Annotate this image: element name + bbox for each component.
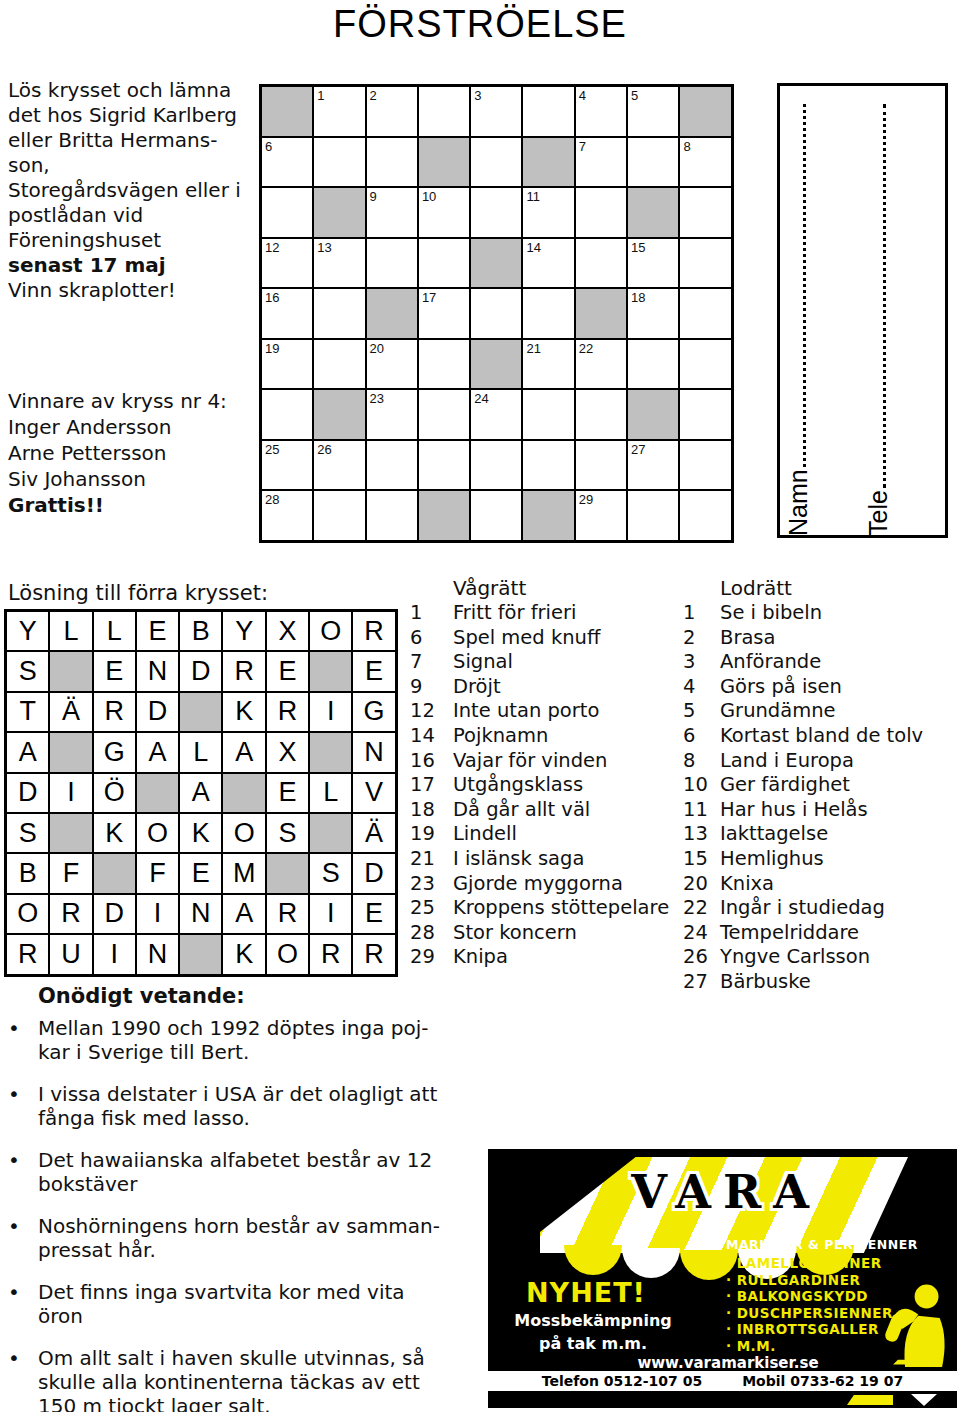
clue-item-number: 8 (683, 749, 720, 774)
puzzle-cell[interactable] (679, 339, 731, 390)
name-field-label: Namn (784, 469, 813, 536)
fact-item: •Mellan 1990 och 1992 döptes inga poj- k… (8, 1016, 478, 1064)
solution-letter-cell: Ö (93, 773, 136, 813)
clue-item-number: 1 (410, 601, 453, 626)
bullet-icon: · (726, 1338, 732, 1354)
puzzle-cell[interactable]: 5 (627, 86, 679, 137)
clue-item: 1Se i bibeln (683, 601, 923, 626)
solution-letter-cell: A (179, 773, 222, 813)
clue-number: 19 (265, 341, 279, 356)
fact-text: Mellan 1990 och 1992 döptes inga poj- ka… (38, 1016, 429, 1064)
solution-letter-cell: S (6, 651, 49, 691)
clue-item: 27Bärbuske (683, 970, 923, 995)
clue-item-text: Ger färdighet (720, 773, 850, 798)
clue-item-text: Grundämne (720, 699, 836, 724)
clue-item-number: 20 (683, 872, 720, 897)
blocked-cell (470, 238, 522, 289)
solution-letter-cell: K (93, 813, 136, 853)
solution-letter-cell: Ä (49, 692, 92, 732)
clue-number: 18 (631, 290, 645, 305)
newsletter-page: FÖRSTRÖELSE Lös krysset och lämna det ho… (0, 0, 960, 1412)
facts-heading: Onödigt vetande: (38, 984, 478, 1008)
clue-item-text: Knixa (720, 872, 774, 897)
puzzle-cell[interactable]: 12 (261, 238, 313, 289)
clue-item: 29Knipa (410, 945, 669, 970)
clue-item-text: Dröjt (453, 675, 501, 700)
blocked-cell (418, 490, 470, 541)
clue-item-text: Utgångsklass (453, 773, 583, 798)
across-list: 1Fritt för frieri6Spel med knuff7Signal9… (410, 601, 669, 970)
ad-product-item: ·M.M. (726, 1338, 893, 1355)
solution-letter-cell: K (222, 692, 265, 732)
clue-item-text: Görs på isen (720, 675, 842, 700)
ad-news-line1: Mossbekämpning (508, 1311, 678, 1330)
ad-product-text: LAMELLGARDINER (737, 1255, 882, 1271)
clue-number: 26 (317, 442, 331, 457)
intro-text: Lös krysset och lämna det hos Sigrid Kar… (8, 78, 241, 253)
clue-item-number: 29 (410, 945, 453, 970)
blocked-cell (313, 389, 365, 440)
solution-letter-cell: G (93, 732, 136, 772)
solution-letter-cell: D (179, 651, 222, 691)
clue-item: 23Gjorde myggorna (410, 872, 669, 897)
clue-number: 5 (631, 88, 638, 103)
puzzle-cell[interactable] (418, 339, 470, 390)
puzzle-cell[interactable] (575, 187, 627, 238)
clue-item: 26Yngve Carlsson (683, 945, 923, 970)
clue-number: 21 (526, 341, 540, 356)
puzzle-cell[interactable] (366, 238, 418, 289)
solution-letter-cell: S (6, 813, 49, 853)
page-title: FÖRSTRÖELSE (0, 3, 960, 46)
winners-names: Inger Andersson Arne Pettersson Siv Joha… (8, 414, 227, 492)
puzzle-cell[interactable] (313, 137, 365, 188)
puzzle-cell[interactable] (575, 389, 627, 440)
blocked-cell (49, 651, 92, 691)
solution-letter-cell: L (309, 773, 352, 813)
solution-letter-cell: O (136, 813, 179, 853)
solution-letter-cell: I (136, 894, 179, 934)
ad-product-item: ·DUSCHPERSIENNER (726, 1305, 893, 1322)
solution-letter-cell: E (266, 651, 309, 691)
clue-item-number: 19 (410, 822, 453, 847)
puzzle-cell[interactable] (261, 187, 313, 238)
puzzle-cell[interactable]: 21 (522, 339, 574, 390)
clue-item-text: Fritt för frieri (453, 601, 576, 626)
clue-item-number: 10 (683, 773, 720, 798)
blocked-cell (679, 86, 731, 137)
solution-letter-cell: R (93, 692, 136, 732)
facts-section: Onödigt vetande: •Mellan 1990 och 1992 d… (8, 984, 478, 1412)
solution-letter-cell: E (179, 853, 222, 893)
clue-item: 21I islänsk saga (410, 847, 669, 872)
puzzle-cell[interactable] (418, 238, 470, 289)
puzzle-cell[interactable]: 24 (470, 389, 522, 440)
blocked-cell (418, 137, 470, 188)
puzzle-cell[interactable]: 10 (418, 187, 470, 238)
puzzle-cell[interactable]: 18 (627, 288, 679, 339)
clue-item: 15Hemlighus (683, 847, 923, 872)
solution-letter-cell: R (309, 934, 352, 974)
clue-number: 4 (579, 88, 586, 103)
tele-field-label: Tele (864, 490, 893, 536)
clue-item-text: Land i Europa (720, 749, 854, 774)
puzzle-cell[interactable]: 17 (418, 288, 470, 339)
solution-letter-cell: O (6, 894, 49, 934)
clue-item: 2Brasa (683, 626, 923, 651)
solution-letter-cell: G (352, 692, 395, 732)
bullet-icon: • (8, 1346, 38, 1412)
ad-product-item: ·BALKONGSKYDD (726, 1288, 893, 1305)
clue-number: 7 (579, 139, 586, 154)
clue-number: 12 (265, 240, 279, 255)
solution-letter-cell: R (266, 692, 309, 732)
puzzle-cell[interactable] (679, 288, 731, 339)
clue-item-text: Signal (453, 650, 513, 675)
ad-product-list: ·LAMELLGARDINER·RULLGARDINER·BALKONGSKYD… (726, 1255, 893, 1354)
puzzle-cell[interactable]: 27 (627, 440, 679, 491)
clue-number: 3 (474, 88, 481, 103)
solution-letter-cell: O (309, 611, 352, 651)
solution-letter-cell: K (222, 934, 265, 974)
puzzle-cell[interactable]: 3 (470, 86, 522, 137)
clue-item-text: Iakttagelse (720, 822, 828, 847)
solution-letter-cell: I (93, 934, 136, 974)
puzzle-cell[interactable]: 6 (261, 137, 313, 188)
puzzle-cell[interactable] (627, 137, 679, 188)
clue-number: 1 (317, 88, 324, 103)
clue-number: 23 (370, 391, 384, 406)
across-title: Vågrätt (453, 576, 669, 601)
clue-item-text: Brasa (720, 626, 775, 651)
blocked-cell (627, 187, 679, 238)
puzzle-cell[interactable]: 11 (522, 187, 574, 238)
blocked-cell (366, 288, 418, 339)
bullet-icon: · (726, 1305, 732, 1321)
fact-item: •I vissa delstater i USA är det olagligt… (8, 1082, 478, 1130)
clue-item: 1Fritt för frieri (410, 601, 669, 626)
puzzle-cell[interactable] (522, 86, 574, 137)
solution-letter-cell: A (136, 732, 179, 772)
blocked-cell (261, 86, 313, 137)
puzzle-cell[interactable] (470, 440, 522, 491)
ad-product-text: DUSCHPERSIENNER (737, 1305, 893, 1321)
puzzle-cell[interactable] (418, 86, 470, 137)
puzzle-cell[interactable] (366, 137, 418, 188)
clue-number: 10 (422, 189, 436, 204)
clue-item: 4Görs på isen (683, 675, 923, 700)
puzzle-cell[interactable] (575, 238, 627, 289)
solution-letter-cell: R (352, 611, 395, 651)
solution-letter-cell: R (352, 934, 395, 974)
puzzle-cell[interactable] (679, 389, 731, 440)
solution-letter-cell: A (6, 732, 49, 772)
clue-item-number: 25 (410, 896, 453, 921)
solution-letter-cell: S (309, 853, 352, 893)
clue-item-text: Knipa (453, 945, 508, 970)
clue-item-number: 28 (410, 921, 453, 946)
down-title: Lodrätt (720, 576, 923, 601)
puzzle-cell[interactable] (470, 490, 522, 541)
clue-item: 6Spel med knuff (410, 626, 669, 651)
clue-item-text: Stor koncern (453, 921, 577, 946)
clue-item-text: Vajar för vinden (453, 749, 607, 774)
down-list: 1Se i bibeln2Brasa3Anförande4Görs på ise… (683, 601, 923, 995)
solution-letter-cell: E (266, 773, 309, 813)
clue-item-number: 6 (410, 626, 453, 651)
bullet-icon: • (8, 1148, 38, 1196)
puzzle-cell[interactable] (627, 339, 679, 390)
puzzle-cell[interactable] (679, 238, 731, 289)
solution-letter-cell: Y (6, 611, 49, 651)
blocked-cell (522, 490, 574, 541)
fact-text: Om allt salt i haven skulle utvinnas, så… (38, 1346, 425, 1412)
puzzle-cell[interactable]: 19 (261, 339, 313, 390)
clue-item: 9Dröjt (410, 675, 669, 700)
clue-item: 7Signal (410, 650, 669, 675)
clue-number: 17 (422, 290, 436, 305)
clue-number: 11 (526, 189, 540, 204)
puzzle-cell[interactable]: 14 (522, 238, 574, 289)
solution-letter-cell: N (179, 894, 222, 934)
bullet-icon: · (726, 1272, 732, 1288)
ad-mobile: Mobil 0733-62 19 07 (742, 1371, 903, 1391)
fact-item: •Om allt salt i haven skulle utvinnas, s… (8, 1346, 478, 1412)
puzzle-cell[interactable] (313, 288, 365, 339)
solution-letter-cell: E (136, 611, 179, 651)
clue-item: 24Tempelriddare (683, 921, 923, 946)
puzzle-cell[interactable]: 16 (261, 288, 313, 339)
bullet-icon: • (8, 1214, 38, 1262)
clue-item-number: 4 (683, 675, 720, 700)
clue-item-number: 14 (410, 724, 453, 749)
ad-tagline: MARKISER & PERSIENNER (726, 1237, 918, 1252)
puzzle-cell[interactable]: 23 (366, 389, 418, 440)
clue-item-text: Hemlighus (720, 847, 824, 872)
puzzle-cell[interactable]: 2 (366, 86, 418, 137)
bullet-icon: · (726, 1255, 732, 1271)
intro-deadline: senast 17 maj (8, 253, 241, 278)
facts-list: •Mellan 1990 och 1992 döptes inga poj- k… (8, 1016, 478, 1412)
clue-number: 28 (265, 492, 279, 507)
puzzle-cell[interactable] (627, 490, 679, 541)
ad-bottom-decoration (911, 1394, 937, 1406)
blocked-cell (179, 934, 222, 974)
bullet-icon: • (8, 1280, 38, 1328)
solution-letter-cell: I (49, 773, 92, 813)
puzzle-cell[interactable] (522, 389, 574, 440)
puzzle-cell[interactable] (522, 288, 574, 339)
solution-letter-cell: T (6, 692, 49, 732)
clue-item-text: Bärbuske (720, 970, 811, 995)
clue-item-text: Kroppens stöttepelare (453, 896, 669, 921)
puzzle-cell[interactable] (470, 288, 522, 339)
clue-number: 24 (474, 391, 488, 406)
winners-block: Vinnare av kryss nr 4: Inger Andersson A… (8, 388, 227, 518)
puzzle-cell[interactable] (366, 490, 418, 541)
solution-letter-cell: M (222, 853, 265, 893)
clue-item-number: 17 (410, 773, 453, 798)
solution-letter-cell: D (136, 692, 179, 732)
clue-number: 16 (265, 290, 279, 305)
solution-letter-cell: B (6, 853, 49, 893)
fact-item: •Det finns inga svartvita kor med vita ö… (8, 1280, 478, 1328)
puzzle-cell[interactable]: 4 (575, 86, 627, 137)
puzzle-cell[interactable]: 26 (313, 440, 365, 491)
puzzle-cell[interactable] (522, 440, 574, 491)
puzzle-cell[interactable] (313, 339, 365, 390)
clue-item-text: Lindell (453, 822, 517, 847)
puzzle-cell[interactable]: 9 (366, 187, 418, 238)
solution-letter-cell: Y (222, 611, 265, 651)
puzzle-cell[interactable]: 29 (575, 490, 627, 541)
clue-item-number: 23 (410, 872, 453, 897)
ad-bottom-strip (488, 1391, 957, 1408)
solution-letter-cell: E (352, 894, 395, 934)
blocked-cell (575, 288, 627, 339)
solution-letter-cell: V (352, 773, 395, 813)
bullet-icon: • (8, 1016, 38, 1064)
clue-item: 25Kroppens stöttepelare (410, 896, 669, 921)
solution-letter-cell: E (93, 651, 136, 691)
clue-item-text: Ingår i studiedag (720, 896, 885, 921)
solution-letter-cell: R (266, 894, 309, 934)
ad-product-text: RULLGARDINER (737, 1272, 861, 1288)
clue-item-number: 1 (683, 601, 720, 626)
puzzle-cell[interactable]: 22 (575, 339, 627, 390)
clue-item: 16Vajar för vinden (410, 749, 669, 774)
solution-letter-cell: L (49, 611, 92, 651)
clue-item-text: Gjorde myggorna (453, 872, 623, 897)
fact-text: I vissa delstater i USA är det olagligt … (38, 1082, 437, 1130)
clue-item: 6Kortast bland de tolv (683, 724, 923, 749)
clue-item-text: Tempelriddare (720, 921, 859, 946)
clue-item-number: 15 (683, 847, 720, 872)
clue-item-number: 11 (683, 798, 720, 823)
puzzle-cell[interactable] (470, 137, 522, 188)
ad-contact-strip: Telefon 0512-107 05 Mobil 0733-62 19 07 (488, 1371, 957, 1391)
solution-letter-cell: R (222, 651, 265, 691)
ad-product-item: ·LAMELLGARDINER (726, 1255, 893, 1272)
clue-item-number: 26 (683, 945, 720, 970)
clue-item-number: 2 (683, 626, 720, 651)
puzzle-cell[interactable] (575, 440, 627, 491)
solution-letter-cell: D (352, 853, 395, 893)
blocked-cell (309, 813, 352, 853)
blocked-cell (179, 692, 222, 732)
clue-item: 5Grundämne (683, 699, 923, 724)
solution-letter-cell: N (136, 651, 179, 691)
puzzle-cell[interactable] (679, 490, 731, 541)
clue-number: 13 (317, 240, 331, 255)
blocked-cell (136, 773, 179, 813)
solution-letter-cell: N (352, 732, 395, 772)
clue-item-text: Har hus i Helås (720, 798, 868, 823)
solution-letter-cell: U (49, 934, 92, 974)
ad-product-text: INBROTTSGALLER (737, 1321, 879, 1337)
clues-down: Lodrätt 1Se i bibeln2Brasa3Anförande4Gör… (683, 576, 923, 995)
clue-item: 28Stor koncern (410, 921, 669, 946)
puzzle-cell[interactable] (418, 389, 470, 440)
solution-letter-cell: I (309, 692, 352, 732)
blocked-cell (627, 389, 679, 440)
clue-item-number: 3 (683, 650, 720, 675)
clue-number: 15 (631, 240, 645, 255)
solution-letter-cell: X (266, 732, 309, 772)
ad-brand: VARA (606, 1165, 846, 1219)
puzzle-cell[interactable]: 1 (313, 86, 365, 137)
puzzle-cell[interactable]: 13 (313, 238, 365, 289)
crossword-grid: 1234567891011121314151617181920212223242… (259, 84, 734, 543)
puzzle-cell[interactable]: 20 (366, 339, 418, 390)
puzzle-cell[interactable] (679, 440, 731, 491)
clue-number: 14 (526, 240, 540, 255)
solution-letter-cell: B (179, 611, 222, 651)
phone-person-icon (881, 1281, 953, 1367)
clue-item-number: 18 (410, 798, 453, 823)
tele-field[interactable]: Tele (849, 104, 893, 536)
fact-text: Det finns inga svartvita kor med vita ör… (38, 1280, 405, 1328)
clue-item-text: Spel med knuff (453, 626, 600, 651)
puzzle-cell[interactable] (261, 389, 313, 440)
name-field[interactable]: Namn (769, 104, 813, 536)
puzzle-cell[interactable] (679, 187, 731, 238)
clue-number: 2 (370, 88, 377, 103)
solution-letter-cell: E (352, 651, 395, 691)
puzzle-cell[interactable]: 28 (261, 490, 313, 541)
solution-letter-cell: A (222, 894, 265, 934)
puzzle-cell[interactable]: 8 (679, 137, 731, 188)
solution-letter-cell: S (266, 813, 309, 853)
ad-product-text: BALKONGSKYDD (737, 1288, 868, 1304)
clue-number: 25 (265, 442, 279, 457)
name-dotted-line (803, 104, 806, 467)
solution-letter-cell: F (136, 853, 179, 893)
solution-heading: Lösning till förra krysset: (8, 581, 268, 605)
clue-number: 6 (265, 139, 272, 154)
clue-number: 20 (370, 341, 384, 356)
puzzle-cell[interactable] (418, 440, 470, 491)
puzzle-cell[interactable]: 15 (627, 238, 679, 289)
clue-item: 8Land i Europa (683, 749, 923, 774)
puzzle-cell[interactable] (366, 440, 418, 491)
clues-across: Vågrätt 1Fritt för frieri6Spel med knuff… (410, 576, 669, 970)
clue-item-text: Inte utan porto (453, 699, 599, 724)
intro-prize: Vinn skraplotter! (8, 278, 241, 303)
solution-letter-cell: I (309, 894, 352, 934)
clue-item: 20Knixa (683, 872, 923, 897)
solution-letter-cell: L (179, 732, 222, 772)
puzzle-cell[interactable] (470, 187, 522, 238)
puzzle-cell[interactable]: 25 (261, 440, 313, 491)
winners-heading: Vinnare av kryss nr 4: (8, 388, 227, 414)
clue-item-number: 12 (410, 699, 453, 724)
blocked-cell (522, 137, 574, 188)
puzzle-cell[interactable]: 7 (575, 137, 627, 188)
blocked-cell (309, 732, 352, 772)
blocked-cell (309, 651, 352, 691)
tele-dotted-line (883, 104, 886, 488)
advertisement: VARA MARKISER & PERSIENNER ·LAMELLGARDIN… (488, 1149, 957, 1408)
ad-news-line2: på tak m.m. (508, 1334, 678, 1353)
clue-item-text: I islänsk saga (453, 847, 584, 872)
solution-letter-cell: L (93, 611, 136, 651)
solution-grid: YLLEBYXORSENDREETÄRDKRIGAGALAXNDIÖAELVSK… (4, 609, 398, 977)
clue-item: 17Utgångsklass (410, 773, 669, 798)
puzzle-cell[interactable] (313, 490, 365, 541)
ad-phone: Telefon 0512-107 05 (542, 1371, 702, 1391)
clue-item-text: Yngve Carlsson (720, 945, 870, 970)
